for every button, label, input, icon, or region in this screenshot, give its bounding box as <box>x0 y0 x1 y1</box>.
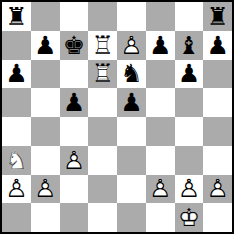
white-pawn-piece: ♟♙ <box>31 175 60 204</box>
black-pawn-piece: ♟ <box>31 31 60 60</box>
square-a8[interactable]: ♜ <box>2 2 31 31</box>
square-g6[interactable]: ♟ <box>175 60 204 89</box>
black-pawn-piece: ♟ <box>146 31 175 60</box>
square-g7[interactable]: ♝ <box>175 31 204 60</box>
square-a2[interactable]: ♟♙ <box>2 175 31 204</box>
white-knight-piece: ♞♘ <box>2 146 31 175</box>
chess-board: ♜♜♟♚♜♖♟♙♟♝♟♟♜♖♞♟♟♟♞♘♟♙♟♙♟♙♟♙♟♙♟♙♚♔ <box>0 0 234 234</box>
square-b2[interactable]: ♟♙ <box>31 175 60 204</box>
white-pawn-piece: ♟♙ <box>175 175 204 204</box>
black-bishop-piece: ♝ <box>175 31 204 60</box>
square-g5[interactable] <box>175 88 204 117</box>
square-h5[interactable] <box>203 88 232 117</box>
square-a5[interactable] <box>2 88 31 117</box>
square-a7[interactable] <box>2 31 31 60</box>
square-e8[interactable] <box>117 2 146 31</box>
chessboard-frame: ♜♜♟♚♜♖♟♙♟♝♟♟♜♖♞♟♟♟♞♘♟♙♟♙♟♙♟♙♟♙♟♙♚♔ <box>0 0 234 234</box>
white-pawn-piece: ♟♙ <box>2 175 31 204</box>
white-pawn-piece: ♟♙ <box>60 146 89 175</box>
black-rook-piece: ♜ <box>203 2 232 31</box>
square-d6[interactable]: ♜♖ <box>88 60 117 89</box>
square-g1[interactable]: ♚♔ <box>175 203 204 232</box>
square-b1[interactable] <box>31 203 60 232</box>
square-d8[interactable] <box>88 2 117 31</box>
white-pawn-piece: ♟♙ <box>146 175 175 204</box>
square-g8[interactable] <box>175 2 204 31</box>
square-c6[interactable] <box>60 60 89 89</box>
square-e1[interactable] <box>117 203 146 232</box>
square-c1[interactable] <box>60 203 89 232</box>
square-b3[interactable] <box>31 146 60 175</box>
white-pawn-piece: ♟♙ <box>203 175 232 204</box>
black-king-piece: ♚ <box>60 31 89 60</box>
square-g2[interactable]: ♟♙ <box>175 175 204 204</box>
square-e3[interactable] <box>117 146 146 175</box>
square-d4[interactable] <box>88 117 117 146</box>
square-b7[interactable]: ♟ <box>31 31 60 60</box>
square-f3[interactable] <box>146 146 175 175</box>
square-f1[interactable] <box>146 203 175 232</box>
square-b6[interactable] <box>31 60 60 89</box>
square-b5[interactable] <box>31 88 60 117</box>
square-d2[interactable] <box>88 175 117 204</box>
square-h6[interactable] <box>203 60 232 89</box>
square-c5[interactable]: ♟ <box>60 88 89 117</box>
square-h8[interactable]: ♜ <box>203 2 232 31</box>
square-a1[interactable] <box>2 203 31 232</box>
square-d5[interactable] <box>88 88 117 117</box>
square-h2[interactable]: ♟♙ <box>203 175 232 204</box>
square-h4[interactable] <box>203 117 232 146</box>
square-c4[interactable] <box>60 117 89 146</box>
square-e5[interactable]: ♟ <box>117 88 146 117</box>
square-c7[interactable]: ♚ <box>60 31 89 60</box>
black-pawn-piece: ♟ <box>175 60 204 89</box>
square-e4[interactable] <box>117 117 146 146</box>
square-f6[interactable] <box>146 60 175 89</box>
square-d7[interactable]: ♜♖ <box>88 31 117 60</box>
square-g3[interactable] <box>175 146 204 175</box>
square-f7[interactable]: ♟ <box>146 31 175 60</box>
square-g4[interactable] <box>175 117 204 146</box>
square-h1[interactable] <box>203 203 232 232</box>
square-h3[interactable] <box>203 146 232 175</box>
black-rook-piece: ♜ <box>2 2 31 31</box>
black-pawn-piece: ♟ <box>117 88 146 117</box>
square-b4[interactable] <box>31 117 60 146</box>
black-pawn-piece: ♟ <box>2 60 31 89</box>
square-a3[interactable]: ♞♘ <box>2 146 31 175</box>
white-king-piece: ♚♔ <box>175 203 204 232</box>
black-knight-piece: ♞ <box>117 60 146 89</box>
square-e6[interactable]: ♞ <box>117 60 146 89</box>
square-f2[interactable]: ♟♙ <box>146 175 175 204</box>
square-f8[interactable] <box>146 2 175 31</box>
square-a6[interactable]: ♟ <box>2 60 31 89</box>
square-f4[interactable] <box>146 117 175 146</box>
square-c3[interactable]: ♟♙ <box>60 146 89 175</box>
black-pawn-piece: ♟ <box>203 31 232 60</box>
white-rook-piece: ♜♖ <box>88 60 117 89</box>
black-pawn-piece: ♟ <box>60 88 89 117</box>
square-a4[interactable] <box>2 117 31 146</box>
square-f5[interactable] <box>146 88 175 117</box>
square-c2[interactable] <box>60 175 89 204</box>
square-e7[interactable]: ♟♙ <box>117 31 146 60</box>
square-b8[interactable] <box>31 2 60 31</box>
square-e2[interactable] <box>117 175 146 204</box>
square-c8[interactable] <box>60 2 89 31</box>
white-pawn-piece: ♟♙ <box>117 31 146 60</box>
square-h7[interactable]: ♟ <box>203 31 232 60</box>
white-rook-piece: ♜♖ <box>88 31 117 60</box>
square-d1[interactable] <box>88 203 117 232</box>
square-d3[interactable] <box>88 146 117 175</box>
